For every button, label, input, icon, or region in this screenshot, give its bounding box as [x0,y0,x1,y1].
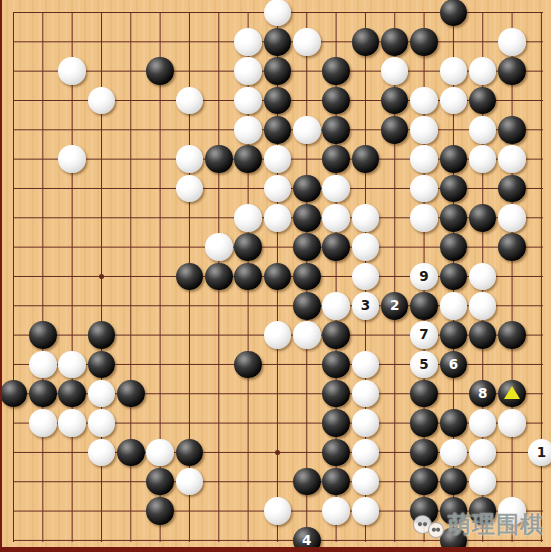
board-cell[interactable] [321,144,350,173]
board-cell[interactable] [87,144,116,173]
board-cell[interactable] [233,232,262,261]
board-cell[interactable] [292,115,321,144]
black-stone[interactable] [293,292,321,320]
board-cell[interactable] [351,320,380,349]
board-cell[interactable] [28,27,57,56]
board-cell[interactable] [233,27,262,56]
board-cell[interactable] [527,496,551,525]
white-stone[interactable]: 5 [410,351,438,379]
white-stone[interactable] [88,409,116,437]
board-cell[interactable] [321,0,350,27]
board-cell[interactable] [380,203,409,232]
black-stone[interactable] [440,321,468,349]
board-cell[interactable] [292,291,321,320]
board-cell[interactable] [0,174,28,203]
black-stone[interactable] [234,233,262,261]
black-stone[interactable] [469,321,497,349]
white-stone[interactable] [469,292,497,320]
black-stone[interactable] [322,116,350,144]
board-cell[interactable] [0,496,28,525]
board-cell[interactable] [175,203,204,232]
board-cell[interactable] [28,174,57,203]
board-cell[interactable] [0,291,28,320]
white-stone[interactable] [58,57,86,85]
board-cell[interactable] [28,203,57,232]
board-cell[interactable] [145,408,174,437]
board-cell[interactable] [527,291,551,320]
board-cell[interactable] [380,467,409,496]
board-cell[interactable] [116,379,145,408]
board-cell[interactable] [116,86,145,115]
black-stone[interactable] [440,263,468,291]
board-cell[interactable] [0,408,28,437]
board-cell[interactable] [204,115,233,144]
board-cell[interactable] [145,232,174,261]
board-cell[interactable] [263,0,292,27]
black-stone[interactable] [293,468,321,496]
board-cell[interactable] [87,496,116,525]
board-cell[interactable] [57,174,86,203]
black-stone[interactable] [381,87,409,115]
board-cell[interactable] [145,496,174,525]
board-cell[interactable]: 8 [468,379,497,408]
white-stone[interactable] [410,145,438,173]
board-cell[interactable] [292,86,321,115]
white-stone[interactable] [58,145,86,173]
board-cell[interactable] [28,0,57,27]
white-stone[interactable] [29,351,57,379]
board-cell[interactable] [351,0,380,27]
white-stone[interactable] [410,87,438,115]
white-stone[interactable] [469,263,497,291]
board-cell[interactable] [468,291,497,320]
board-cell[interactable] [527,262,551,291]
black-stone[interactable] [410,468,438,496]
board-cell[interactable] [87,262,116,291]
board-cell[interactable] [321,232,350,261]
board-cell[interactable] [57,438,86,467]
board-cell[interactable] [439,291,468,320]
board-cell[interactable] [263,467,292,496]
black-stone[interactable] [293,233,321,261]
board-cell[interactable] [204,467,233,496]
board-cell[interactable] [233,467,262,496]
board-cell[interactable] [468,0,497,27]
board-cell[interactable] [468,467,497,496]
board-cell[interactable] [497,0,526,27]
board-cell[interactable] [28,467,57,496]
black-stone[interactable] [498,233,526,261]
board-cell[interactable] [468,115,497,144]
board-cell[interactable] [527,203,551,232]
board-cell[interactable] [87,320,116,349]
white-stone[interactable] [322,204,350,232]
white-stone[interactable] [234,204,262,232]
white-stone[interactable] [498,204,526,232]
board-cell[interactable] [468,174,497,203]
board-cell[interactable] [439,467,468,496]
board-cell[interactable] [321,262,350,291]
black-stone[interactable] [322,468,350,496]
white-stone[interactable] [498,409,526,437]
board-cell[interactable] [204,27,233,56]
board-cell[interactable] [263,438,292,467]
white-stone[interactable] [352,351,380,379]
white-stone[interactable] [58,351,86,379]
board-cell[interactable] [292,262,321,291]
black-stone[interactable] [29,380,57,408]
white-stone[interactable] [264,321,292,349]
board-cell[interactable] [439,232,468,261]
white-stone[interactable] [264,0,292,26]
board-cell[interactable] [145,56,174,85]
black-stone[interactable] [498,116,526,144]
board-cell[interactable] [204,350,233,379]
board-cell[interactable] [57,144,86,173]
black-stone[interactable]: 6 [440,351,468,379]
black-stone[interactable] [176,263,204,291]
board-cell[interactable] [116,350,145,379]
board-cell[interactable] [145,86,174,115]
board-cell[interactable] [204,232,233,261]
board-cell[interactable] [175,27,204,56]
board-cell[interactable] [175,320,204,349]
black-stone[interactable] [322,351,350,379]
board-cell[interactable] [292,350,321,379]
board-cell[interactable] [351,408,380,437]
board-cell[interactable] [439,203,468,232]
black-stone[interactable] [440,468,468,496]
black-stone[interactable] [352,28,380,56]
board-cell[interactable] [321,291,350,320]
board-cell[interactable] [497,174,526,203]
white-stone[interactable] [205,233,233,261]
board-cell[interactable] [116,0,145,27]
board-cell[interactable] [28,262,57,291]
board-cell[interactable] [28,232,57,261]
board-cell[interactable] [439,86,468,115]
board-cell[interactable] [233,203,262,232]
black-stone[interactable] [410,497,438,525]
white-stone[interactable] [293,116,321,144]
black-stone[interactable] [498,321,526,349]
board-cell[interactable] [0,0,28,27]
board-cell[interactable] [527,174,551,203]
board-cell[interactable] [321,467,350,496]
board-cell[interactable] [233,291,262,320]
board-cell[interactable] [263,56,292,85]
board-cell[interactable] [145,262,174,291]
black-stone[interactable] [264,116,292,144]
board-cell[interactable] [321,350,350,379]
board-cell[interactable] [468,203,497,232]
board-cell[interactable] [292,496,321,525]
black-stone[interactable] [352,145,380,173]
board-cell[interactable] [497,496,526,525]
board-cell[interactable] [204,438,233,467]
board-cell[interactable] [57,350,86,379]
board-cell[interactable] [145,291,174,320]
board-cell[interactable] [321,379,350,408]
board-cell[interactable] [204,408,233,437]
board-cell[interactable] [468,408,497,437]
board-cell[interactable] [497,379,526,408]
white-stone[interactable] [234,87,262,115]
board-cell[interactable] [321,408,350,437]
black-stone[interactable] [146,57,174,85]
board-cell[interactable] [409,379,438,408]
board-cell[interactable] [116,144,145,173]
board-cell[interactable] [527,144,551,173]
board-cell[interactable] [263,496,292,525]
white-stone[interactable] [352,439,380,467]
board-cell[interactable] [497,350,526,379]
white-stone[interactable] [29,409,57,437]
board-cell[interactable] [87,232,116,261]
white-stone[interactable] [410,175,438,203]
board-cell[interactable] [409,0,438,27]
board-cell[interactable] [175,0,204,27]
white-stone[interactable] [498,497,526,525]
white-stone[interactable]: 9 [410,263,438,291]
board-cell[interactable] [292,27,321,56]
board-cell[interactable] [175,350,204,379]
board-cell[interactable] [145,0,174,27]
black-stone[interactable] [410,292,438,320]
board-cell[interactable] [468,27,497,56]
white-stone[interactable] [440,439,468,467]
board-cell[interactable] [0,379,28,408]
board-cell[interactable] [468,496,497,525]
black-stone[interactable]: 2 [381,292,409,320]
board-cell[interactable] [87,379,116,408]
black-stone[interactable] [440,409,468,437]
board-cell[interactable] [145,27,174,56]
board-cell[interactable] [321,27,350,56]
board-cell[interactable] [351,115,380,144]
white-stone[interactable] [322,292,350,320]
board-cell[interactable] [57,232,86,261]
board-cell[interactable] [292,232,321,261]
board-cell[interactable] [409,291,438,320]
board-cell[interactable] [292,0,321,27]
board-cell[interactable] [527,408,551,437]
white-stone[interactable] [381,57,409,85]
board-cell[interactable] [380,262,409,291]
white-stone[interactable] [88,380,116,408]
board-cell[interactable] [321,320,350,349]
white-stone[interactable] [176,468,204,496]
board-cell[interactable] [233,350,262,379]
white-stone[interactable] [498,28,526,56]
board-cell[interactable]: 7 [409,320,438,349]
board-cell[interactable] [409,203,438,232]
board-cell[interactable] [439,27,468,56]
black-stone[interactable] [440,497,468,525]
board-cell[interactable] [116,467,145,496]
black-stone[interactable] [322,87,350,115]
board-cell[interactable] [233,86,262,115]
black-stone[interactable] [293,204,321,232]
board-cell[interactable] [380,438,409,467]
board-cell[interactable] [321,496,350,525]
white-stone[interactable]: 1 [528,439,551,467]
board-cell[interactable] [28,291,57,320]
white-stone[interactable] [440,292,468,320]
black-stone[interactable] [234,145,262,173]
board-cell[interactable] [0,438,28,467]
board-cell[interactable] [87,86,116,115]
black-stone[interactable] [88,351,116,379]
board-cell[interactable] [468,144,497,173]
board-cell[interactable] [351,86,380,115]
white-stone[interactable] [58,409,86,437]
white-stone[interactable] [440,57,468,85]
white-stone[interactable] [352,204,380,232]
board-cell[interactable] [116,262,145,291]
black-stone[interactable] [469,497,497,525]
board-cell[interactable] [351,496,380,525]
board-cell[interactable] [204,56,233,85]
board-cell[interactable] [233,56,262,85]
board-cell[interactable] [116,56,145,85]
board-cell[interactable] [233,320,262,349]
board-cell[interactable] [28,320,57,349]
board-cell[interactable] [409,144,438,173]
board-cell[interactable] [28,408,57,437]
board-cell[interactable] [527,56,551,85]
board-cell[interactable] [468,232,497,261]
board-cell[interactable] [0,56,28,85]
board-cell[interactable] [321,56,350,85]
white-stone[interactable] [234,116,262,144]
black-stone[interactable] [410,409,438,437]
board-cell[interactable] [28,144,57,173]
board-cell[interactable] [497,27,526,56]
board-cell[interactable] [0,262,28,291]
board-cell[interactable] [409,115,438,144]
board-cell[interactable] [351,203,380,232]
black-stone[interactable] [58,380,86,408]
board-cell[interactable] [439,56,468,85]
board-cell[interactable]: 3 [351,291,380,320]
black-stone[interactable] [322,145,350,173]
board-cell[interactable] [351,350,380,379]
white-stone[interactable]: 3 [352,292,380,320]
board-cell[interactable] [468,86,497,115]
board-cell[interactable] [87,291,116,320]
board-cell[interactable] [439,496,468,525]
white-stone[interactable] [469,468,497,496]
board-cell[interactable] [527,86,551,115]
board-cell[interactable] [204,291,233,320]
board-cell[interactable] [175,144,204,173]
board-cell[interactable] [175,86,204,115]
white-stone[interactable] [88,439,116,467]
white-stone[interactable] [264,175,292,203]
board-cell[interactable] [145,115,174,144]
board-cell[interactable] [263,27,292,56]
board-cell[interactable] [145,467,174,496]
board-cell[interactable] [468,56,497,85]
board-cell[interactable] [263,320,292,349]
board-cell[interactable] [468,320,497,349]
white-stone[interactable] [264,145,292,173]
board-cell[interactable] [233,379,262,408]
white-stone[interactable] [176,145,204,173]
white-stone[interactable] [410,116,438,144]
board-cell[interactable] [145,320,174,349]
board-cell[interactable] [204,86,233,115]
board-cell[interactable] [233,174,262,203]
board-cell[interactable] [116,115,145,144]
board-cell[interactable] [321,438,350,467]
board-cell[interactable] [116,291,145,320]
board-cell[interactable] [263,174,292,203]
black-stone[interactable] [234,351,262,379]
board-cell[interactable] [380,144,409,173]
board-cell[interactable] [87,203,116,232]
board-cell[interactable] [380,496,409,525]
black-stone[interactable] [381,116,409,144]
white-stone[interactable] [498,145,526,173]
black-stone[interactable] [117,380,145,408]
board-cell[interactable] [497,203,526,232]
board-cell[interactable] [263,232,292,261]
board-cell[interactable] [351,56,380,85]
board-cell[interactable] [0,144,28,173]
board-cell[interactable] [380,174,409,203]
board-cell[interactable] [175,56,204,85]
black-stone[interactable] [440,204,468,232]
board-cell[interactable] [175,408,204,437]
board-cell[interactable] [409,86,438,115]
black-stone[interactable] [205,145,233,173]
board-cell[interactable] [497,438,526,467]
board-cell[interactable] [497,467,526,496]
white-stone[interactable] [352,468,380,496]
board-cell[interactable] [57,291,86,320]
board-cell[interactable] [380,27,409,56]
board-cell[interactable] [145,379,174,408]
white-stone[interactable] [234,28,262,56]
board-cell[interactable] [292,56,321,85]
board-cell[interactable] [57,467,86,496]
board-cell[interactable] [233,115,262,144]
white-stone[interactable]: 7 [410,321,438,349]
board-cell[interactable] [204,379,233,408]
white-stone[interactable] [469,145,497,173]
board-cell[interactable] [409,496,438,525]
black-stone[interactable] [264,263,292,291]
white-stone[interactable] [322,497,350,525]
black-stone[interactable] [322,57,350,85]
board-cell[interactable] [204,203,233,232]
board-cell[interactable] [175,467,204,496]
board-cell[interactable] [0,232,28,261]
board-cell[interactable] [0,27,28,56]
board-cell[interactable] [263,86,292,115]
white-stone[interactable] [352,497,380,525]
white-stone[interactable] [469,409,497,437]
board-cell[interactable] [145,438,174,467]
board-cell[interactable] [28,438,57,467]
board-cell[interactable]: 6 [439,350,468,379]
board-cell[interactable] [351,379,380,408]
board-cell[interactable] [351,438,380,467]
board-cell[interactable] [409,27,438,56]
board-cell[interactable] [263,144,292,173]
